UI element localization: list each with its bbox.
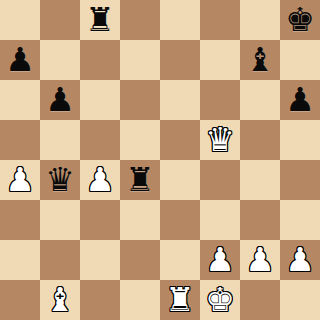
square-c8[interactable]: ♜ [80, 0, 120, 40]
square-h3[interactable] [280, 200, 320, 240]
square-d7[interactable] [120, 40, 160, 80]
piece-black-rook[interactable]: ♜ [125, 160, 155, 200]
square-d8[interactable] [120, 0, 160, 40]
square-g8[interactable] [240, 0, 280, 40]
square-h2[interactable]: ♟ [280, 240, 320, 280]
piece-white-queen[interactable]: ♛ [205, 120, 235, 160]
square-f6[interactable] [200, 80, 240, 120]
square-b2[interactable] [40, 240, 80, 280]
piece-white-bishop[interactable]: ♝ [45, 280, 75, 320]
square-e6[interactable] [160, 80, 200, 120]
square-a5[interactable] [0, 120, 40, 160]
square-e5[interactable] [160, 120, 200, 160]
square-c1[interactable] [80, 280, 120, 320]
square-d2[interactable] [120, 240, 160, 280]
piece-white-pawn[interactable]: ♟ [285, 240, 315, 280]
square-e4[interactable] [160, 160, 200, 200]
square-g4[interactable] [240, 160, 280, 200]
square-a7[interactable]: ♟ [0, 40, 40, 80]
square-b5[interactable] [40, 120, 80, 160]
square-c7[interactable] [80, 40, 120, 80]
square-d6[interactable] [120, 80, 160, 120]
piece-black-pawn[interactable]: ♟ [5, 40, 35, 80]
square-c5[interactable] [80, 120, 120, 160]
square-e1[interactable]: ♜ [160, 280, 200, 320]
square-f1[interactable]: ♚ [200, 280, 240, 320]
square-b6[interactable]: ♟ [40, 80, 80, 120]
piece-white-pawn[interactable]: ♟ [205, 240, 235, 280]
piece-white-pawn[interactable]: ♟ [5, 160, 35, 200]
square-f3[interactable] [200, 200, 240, 240]
square-g3[interactable] [240, 200, 280, 240]
square-g6[interactable] [240, 80, 280, 120]
square-h4[interactable] [280, 160, 320, 200]
square-a4[interactable]: ♟ [0, 160, 40, 200]
square-d3[interactable] [120, 200, 160, 240]
square-e2[interactable] [160, 240, 200, 280]
square-a6[interactable] [0, 80, 40, 120]
square-h5[interactable] [280, 120, 320, 160]
square-b4[interactable]: ♛ [40, 160, 80, 200]
square-f2[interactable]: ♟ [200, 240, 240, 280]
square-f4[interactable] [200, 160, 240, 200]
square-h8[interactable]: ♚ [280, 0, 320, 40]
piece-white-pawn[interactable]: ♟ [85, 160, 115, 200]
square-b3[interactable] [40, 200, 80, 240]
square-e7[interactable] [160, 40, 200, 80]
square-c6[interactable] [80, 80, 120, 120]
square-f8[interactable] [200, 0, 240, 40]
piece-white-pawn[interactable]: ♟ [245, 240, 275, 280]
square-h6[interactable]: ♟ [280, 80, 320, 120]
piece-black-queen[interactable]: ♛ [45, 160, 75, 200]
piece-black-rook[interactable]: ♜ [85, 0, 115, 40]
square-f5[interactable]: ♛ [200, 120, 240, 160]
square-h1[interactable] [280, 280, 320, 320]
square-a2[interactable] [0, 240, 40, 280]
square-e3[interactable] [160, 200, 200, 240]
square-g7[interactable]: ♝ [240, 40, 280, 80]
square-b7[interactable] [40, 40, 80, 80]
chess-board: ♜♚♟♝♟♟♛♟♛♟♜♟♟♟♝♜♚ [0, 0, 320, 320]
square-b8[interactable] [40, 0, 80, 40]
square-g2[interactable]: ♟ [240, 240, 280, 280]
square-a1[interactable] [0, 280, 40, 320]
square-c2[interactable] [80, 240, 120, 280]
square-e8[interactable] [160, 0, 200, 40]
piece-black-pawn[interactable]: ♟ [45, 80, 75, 120]
piece-black-pawn[interactable]: ♟ [285, 80, 315, 120]
square-g5[interactable] [240, 120, 280, 160]
piece-black-bishop[interactable]: ♝ [245, 40, 275, 80]
square-g1[interactable] [240, 280, 280, 320]
piece-black-king[interactable]: ♚ [285, 0, 315, 40]
square-f7[interactable] [200, 40, 240, 80]
square-b1[interactable]: ♝ [40, 280, 80, 320]
square-d4[interactable]: ♜ [120, 160, 160, 200]
square-c4[interactable]: ♟ [80, 160, 120, 200]
square-d5[interactable] [120, 120, 160, 160]
square-a8[interactable] [0, 0, 40, 40]
square-c3[interactable] [80, 200, 120, 240]
square-a3[interactable] [0, 200, 40, 240]
square-h7[interactable] [280, 40, 320, 80]
piece-white-king[interactable]: ♚ [205, 280, 235, 320]
square-d1[interactable] [120, 280, 160, 320]
piece-white-rook[interactable]: ♜ [165, 280, 195, 320]
